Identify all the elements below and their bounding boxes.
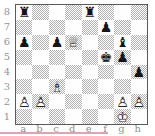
black-pawn-c6: ♟ [50, 35, 64, 49]
black-pawn-h4: ♟ [132, 65, 146, 79]
square-c6[interactable]: ♟ [49, 35, 65, 50]
square-d2[interactable] [65, 94, 81, 109]
square-d8[interactable] [65, 5, 81, 20]
square-d3[interactable] [65, 79, 81, 94]
square-d7[interactable] [65, 20, 81, 35]
black-rook-a8: ♜ [17, 5, 31, 19]
square-f1[interactable] [98, 109, 114, 124]
square-a8[interactable]: ♜ [16, 5, 32, 20]
black-pawn-f7: ♟ [99, 20, 113, 34]
square-f7[interactable]: ♟ [98, 20, 114, 35]
rank-label-1: 1 [0, 109, 14, 124]
rank-label-2: 2 [0, 94, 14, 109]
piece-glyph: ♙ [133, 94, 146, 109]
chess-diagram: 87654321 ♜♜♟♟♟♛♕♝♚♟♟♝♗♟♙♟♙♟♙♟♙♚♔ abcdefg… [0, 0, 155, 136]
square-b4[interactable] [32, 65, 48, 80]
square-a2[interactable]: ♟♙ [16, 94, 32, 109]
square-g5[interactable]: ♟ [114, 50, 130, 65]
square-c5[interactable] [49, 50, 65, 65]
square-d6[interactable]: ♛♕ [65, 35, 81, 50]
rank-label-4: 4 [0, 64, 14, 79]
square-h6[interactable] [131, 35, 147, 50]
piece-glyph: ♜ [83, 5, 96, 20]
square-e6[interactable] [82, 35, 98, 50]
rank-label-6: 6 [0, 34, 14, 49]
square-h4[interactable]: ♟ [131, 65, 147, 80]
square-b2[interactable]: ♟♙ [32, 94, 48, 109]
white-pawn-b2: ♟♙ [34, 95, 48, 109]
white-bishop-c3: ♝♗ [50, 80, 64, 94]
square-g1[interactable]: ♚♔ [114, 109, 130, 124]
file-label-h: h [130, 124, 146, 134]
piece-glyph: ♟ [133, 65, 146, 80]
square-d4[interactable] [65, 65, 81, 80]
piece-glyph: ♕ [67, 35, 80, 50]
square-e7[interactable] [82, 20, 98, 35]
square-d1[interactable] [65, 109, 81, 124]
square-h3[interactable] [131, 79, 147, 94]
square-g3[interactable] [114, 79, 130, 94]
square-b5[interactable] [32, 50, 48, 65]
square-c1[interactable] [49, 109, 65, 124]
square-g4[interactable] [114, 65, 130, 80]
square-a4[interactable] [16, 65, 32, 80]
square-c7[interactable] [49, 20, 65, 35]
square-g7[interactable] [114, 20, 130, 35]
square-b8[interactable] [32, 5, 48, 20]
square-h1[interactable] [131, 109, 147, 124]
piece-glyph: ♙ [18, 94, 31, 109]
square-a3[interactable] [16, 79, 32, 94]
white-queen-d6: ♛♕ [66, 35, 80, 49]
square-g2[interactable]: ♟♙ [114, 94, 130, 109]
square-g6[interactable]: ♝ [114, 35, 130, 50]
rank-label-3: 3 [0, 79, 14, 94]
black-bishop-g6: ♝ [115, 35, 129, 49]
square-e8[interactable]: ♜ [82, 5, 98, 20]
piece-glyph: ♟ [100, 20, 113, 35]
white-pawn-a2: ♟♙ [17, 95, 31, 109]
black-pawn-a6: ♟ [17, 35, 31, 49]
square-c3[interactable]: ♝♗ [49, 79, 65, 94]
piece-glyph: ♚ [100, 50, 113, 65]
square-c4[interactable] [49, 65, 65, 80]
square-f4[interactable] [98, 65, 114, 80]
piece-glyph: ♝ [116, 35, 129, 50]
square-f3[interactable] [98, 79, 114, 94]
square-f2[interactable] [98, 94, 114, 109]
square-e2[interactable] [82, 94, 98, 109]
rank-label-5: 5 [0, 49, 14, 64]
square-a5[interactable] [16, 50, 32, 65]
rank-label-7: 7 [0, 19, 14, 34]
rank-label-8: 8 [0, 4, 14, 19]
square-c2[interactable] [49, 94, 65, 109]
square-h5[interactable] [131, 50, 147, 65]
square-e4[interactable] [82, 65, 98, 80]
piece-glyph: ♟ [51, 35, 64, 50]
square-e5[interactable] [82, 50, 98, 65]
piece-glyph: ♜ [18, 5, 31, 20]
square-f8[interactable] [98, 5, 114, 20]
square-h2[interactable]: ♟♙ [131, 94, 147, 109]
square-e1[interactable] [82, 109, 98, 124]
white-pawn-g2: ♟♙ [115, 95, 129, 109]
black-rook-e8: ♜ [83, 5, 97, 19]
piece-glyph: ♟ [116, 50, 129, 65]
square-a1[interactable] [16, 109, 32, 124]
square-f6[interactable] [98, 35, 114, 50]
chess-board: ♜♜♟♟♟♛♕♝♚♟♟♝♗♟♙♟♙♟♙♟♙♚♔ [15, 4, 148, 125]
square-h7[interactable] [131, 20, 147, 35]
square-b6[interactable] [32, 35, 48, 50]
file-label-g: g [113, 124, 129, 134]
pink-underline [0, 132, 108, 134]
piece-glyph: ♙ [116, 94, 129, 109]
piece-glyph: ♗ [51, 79, 64, 94]
square-g8[interactable] [114, 5, 130, 20]
square-b1[interactable] [32, 109, 48, 124]
rank-labels: 87654321 [0, 4, 14, 124]
square-h8[interactable] [131, 5, 147, 20]
square-a7[interactable] [16, 20, 32, 35]
square-e3[interactable] [82, 79, 98, 94]
white-king-g1: ♚♔ [115, 110, 129, 124]
square-b7[interactable] [32, 20, 48, 35]
black-king-f5: ♚ [99, 50, 113, 64]
square-d5[interactable] [65, 50, 81, 65]
piece-glyph: ♙ [34, 94, 47, 109]
piece-glyph: ♔ [116, 109, 129, 124]
square-a6[interactable]: ♟ [16, 35, 32, 50]
piece-glyph: ♟ [18, 35, 31, 50]
square-b3[interactable] [32, 79, 48, 94]
square-c8[interactable] [49, 5, 65, 20]
square-f5[interactable]: ♚ [98, 50, 114, 65]
white-pawn-h2: ♟♙ [132, 95, 146, 109]
black-pawn-g5: ♟ [115, 50, 129, 64]
